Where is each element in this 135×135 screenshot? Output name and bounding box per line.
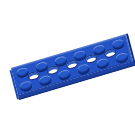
lego-technic-plate: [11, 34, 133, 95]
background: [0, 0, 135, 135]
